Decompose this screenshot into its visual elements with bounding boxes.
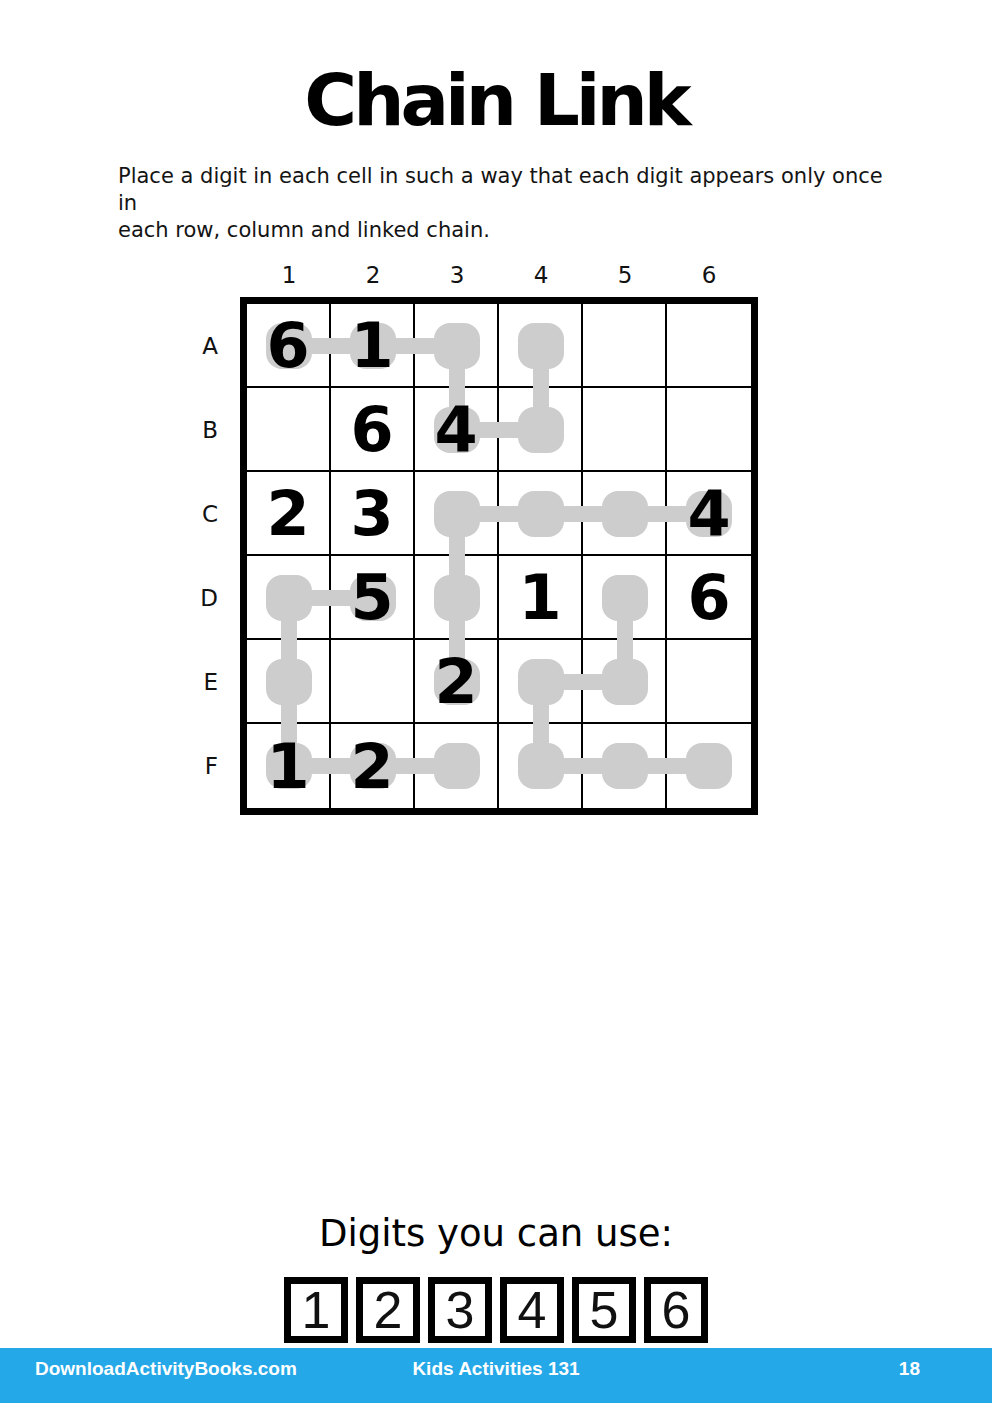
puzzle-title: Chain Link	[0, 58, 992, 142]
cell-B6[interactable]	[667, 388, 751, 472]
instructions-line-2: each row, column and linked chain.	[118, 217, 888, 244]
given-digit-A1: 6	[247, 304, 329, 386]
given-digit-F1: 1	[247, 724, 329, 808]
given-digit-D6: 6	[667, 556, 751, 638]
cell-B2: 6	[331, 388, 415, 472]
cell-C4[interactable]	[499, 472, 583, 556]
cell-D3[interactable]	[415, 556, 499, 640]
cell-F3[interactable]	[415, 724, 499, 808]
row-label-C: C	[180, 472, 230, 556]
given-digit-B3: 4	[415, 388, 497, 470]
digit-box-5: 5	[572, 1277, 636, 1343]
col-label-1: 1	[247, 262, 331, 288]
page: Chain Link Place a digit in each cell in…	[0, 0, 992, 1403]
col-label-4: 4	[499, 262, 583, 288]
col-label-5: 5	[583, 262, 667, 288]
cell-F5[interactable]	[583, 724, 667, 808]
col-label-2: 2	[331, 262, 415, 288]
row-labels: ABCDEF	[180, 304, 230, 808]
given-digit-D2: 5	[331, 556, 413, 638]
cell-F1: 1	[247, 724, 331, 808]
row-label-B: B	[180, 388, 230, 472]
footer-page-number: 18	[899, 1358, 920, 1380]
given-digit-C2: 3	[331, 472, 413, 554]
cell-A5[interactable]	[583, 304, 667, 388]
given-digit-A2: 1	[331, 304, 413, 386]
cell-C5[interactable]	[583, 472, 667, 556]
instructions-line-1: Place a digit in each cell in such a way…	[118, 163, 888, 217]
cell-A4[interactable]	[499, 304, 583, 388]
cell-B1[interactable]	[247, 388, 331, 472]
cell-D6: 6	[667, 556, 751, 640]
digits-heading: Digits you can use:	[0, 1212, 992, 1255]
cell-C3[interactable]	[415, 472, 499, 556]
cell-D1[interactable]	[247, 556, 331, 640]
given-digit-E3: 2	[415, 640, 497, 722]
digit-box-4: 4	[500, 1277, 564, 1343]
given-digit-C1: 2	[247, 472, 329, 554]
footer-series: Kids Activities 131	[0, 1358, 992, 1380]
cell-C1: 2	[247, 472, 331, 556]
cell-F4[interactable]	[499, 724, 583, 808]
col-label-3: 3	[415, 262, 499, 288]
cell-E2[interactable]	[331, 640, 415, 724]
puzzle-board: 6164234516212	[240, 297, 758, 815]
cell-A3[interactable]	[415, 304, 499, 388]
cell-E1[interactable]	[247, 640, 331, 724]
cell-C6: 4	[667, 472, 751, 556]
given-digit-F2: 2	[331, 724, 413, 808]
cell-B5[interactable]	[583, 388, 667, 472]
cell-D5[interactable]	[583, 556, 667, 640]
col-label-6: 6	[667, 262, 751, 288]
given-digit-D4: 1	[499, 556, 581, 638]
row-label-D: D	[180, 556, 230, 640]
cell-A1: 6	[247, 304, 331, 388]
digit-box-6: 6	[644, 1277, 708, 1343]
cell-F2: 2	[331, 724, 415, 808]
cell-A2: 1	[331, 304, 415, 388]
cell-A6[interactable]	[667, 304, 751, 388]
cell-B4[interactable]	[499, 388, 583, 472]
cell-F6[interactable]	[667, 724, 751, 808]
row-label-E: E	[180, 640, 230, 724]
column-labels: 123456	[247, 262, 751, 288]
digit-box-1: 1	[284, 1277, 348, 1343]
digit-boxes: 123456	[284, 1277, 708, 1343]
digit-box-3: 3	[428, 1277, 492, 1343]
cell-D2: 5	[331, 556, 415, 640]
instructions: Place a digit in each cell in such a way…	[118, 163, 888, 244]
digit-box-2: 2	[356, 1277, 420, 1343]
given-digit-C6: 4	[667, 472, 751, 554]
row-label-F: F	[180, 724, 230, 808]
footer-bar: DownloadActivityBooks.com Kids Activitie…	[0, 1348, 992, 1403]
cell-E3: 2	[415, 640, 499, 724]
row-label-A: A	[180, 304, 230, 388]
cell-C2: 3	[331, 472, 415, 556]
cell-grid: 6164234516212	[247, 304, 751, 808]
cell-E4[interactable]	[499, 640, 583, 724]
cell-D4: 1	[499, 556, 583, 640]
cell-E6[interactable]	[667, 640, 751, 724]
cell-E5[interactable]	[583, 640, 667, 724]
cell-B3: 4	[415, 388, 499, 472]
given-digit-B2: 6	[331, 388, 413, 470]
